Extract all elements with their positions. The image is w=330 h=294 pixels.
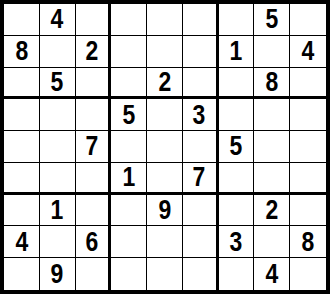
cell-r6c1[interactable] <box>4 163 40 195</box>
cell-r7c1[interactable] <box>4 195 40 227</box>
sudoku-board: 458214528537517192463894 <box>0 0 330 294</box>
given-digit: 1 <box>122 163 135 191</box>
cell-r5c3[interactable]: 7 <box>76 131 112 163</box>
cell-r4c1[interactable] <box>4 99 40 131</box>
cell-r7c9[interactable] <box>290 195 326 227</box>
cell-r8c1[interactable]: 4 <box>4 226 40 258</box>
cell-r1c7[interactable] <box>219 4 255 36</box>
cell-r9c4[interactable] <box>111 258 147 290</box>
given-digit: 8 <box>15 37 28 65</box>
cell-r8c5[interactable] <box>147 226 183 258</box>
cell-r2c5[interactable] <box>147 36 183 68</box>
cell-r7c2[interactable]: 1 <box>40 195 76 227</box>
cell-r6c4[interactable]: 1 <box>111 163 147 195</box>
cell-r1c1[interactable] <box>4 4 40 36</box>
cell-r6c6[interactable]: 7 <box>183 163 219 195</box>
cell-r4c8[interactable] <box>254 99 290 131</box>
cell-r6c9[interactable] <box>290 163 326 195</box>
cell-r2c6[interactable] <box>183 36 219 68</box>
cell-r6c5[interactable] <box>147 163 183 195</box>
cell-r5c1[interactable] <box>4 131 40 163</box>
given-digit: 5 <box>265 5 278 33</box>
given-digit: 4 <box>265 260 278 288</box>
cell-r3c5[interactable]: 2 <box>147 68 183 100</box>
cell-r3c8[interactable]: 8 <box>254 68 290 100</box>
cell-r9c1[interactable] <box>4 258 40 290</box>
cell-r1c3[interactable] <box>76 4 112 36</box>
cell-r1c4[interactable] <box>111 4 147 36</box>
cell-r5c5[interactable] <box>147 131 183 163</box>
cell-r3c6[interactable] <box>183 68 219 100</box>
given-digit: 8 <box>302 228 315 256</box>
given-digit: 2 <box>158 68 171 96</box>
cell-r4c3[interactable] <box>76 99 112 131</box>
given-digit: 5 <box>122 101 135 129</box>
cell-r3c9[interactable] <box>290 68 326 100</box>
cell-r4c9[interactable] <box>290 99 326 131</box>
cell-r3c1[interactable] <box>4 68 40 100</box>
cell-r1c6[interactable] <box>183 4 219 36</box>
cell-r8c8[interactable] <box>254 226 290 258</box>
cell-r7c7[interactable] <box>219 195 255 227</box>
cell-r5c7[interactable]: 5 <box>219 131 255 163</box>
given-digit: 7 <box>86 132 99 160</box>
given-digit: 8 <box>265 68 278 96</box>
cell-r1c2[interactable]: 4 <box>40 4 76 36</box>
given-digit: 1 <box>230 37 243 65</box>
cell-r3c2[interactable]: 5 <box>40 68 76 100</box>
given-digit: 4 <box>15 228 28 256</box>
cell-r4c5[interactable] <box>147 99 183 131</box>
given-digit: 6 <box>86 228 99 256</box>
cell-r1c5[interactable] <box>147 4 183 36</box>
given-digit: 7 <box>193 163 206 191</box>
cell-r9c2[interactable]: 9 <box>40 258 76 290</box>
cell-r2c9[interactable]: 4 <box>290 36 326 68</box>
given-digit: 2 <box>86 37 99 65</box>
given-digit: 3 <box>230 228 243 256</box>
cell-r3c7[interactable] <box>219 68 255 100</box>
cell-r8c9[interactable]: 8 <box>290 226 326 258</box>
given-digit: 1 <box>51 196 64 224</box>
cell-r8c7[interactable]: 3 <box>219 226 255 258</box>
cell-r9c8[interactable]: 4 <box>254 258 290 290</box>
cell-r5c8[interactable] <box>254 131 290 163</box>
cell-r6c3[interactable] <box>76 163 112 195</box>
cell-r6c7[interactable] <box>219 163 255 195</box>
cell-r2c1[interactable]: 8 <box>4 36 40 68</box>
cell-r7c4[interactable] <box>111 195 147 227</box>
given-digit: 3 <box>193 101 206 129</box>
cell-r8c4[interactable] <box>111 226 147 258</box>
cell-r9c7[interactable] <box>219 258 255 290</box>
given-digit: 5 <box>51 68 64 96</box>
given-digit: 5 <box>230 132 243 160</box>
cell-r7c8[interactable]: 2 <box>254 195 290 227</box>
cell-r4c7[interactable] <box>219 99 255 131</box>
given-digit: 4 <box>51 5 64 33</box>
cell-r1c9[interactable] <box>290 4 326 36</box>
cell-r9c9[interactable] <box>290 258 326 290</box>
cell-r3c4[interactable] <box>111 68 147 100</box>
cell-r6c2[interactable] <box>40 163 76 195</box>
cell-r3c3[interactable] <box>76 68 112 100</box>
cell-r4c6[interactable]: 3 <box>183 99 219 131</box>
cell-r7c5[interactable]: 9 <box>147 195 183 227</box>
cell-r9c3[interactable] <box>76 258 112 290</box>
cell-r8c6[interactable] <box>183 226 219 258</box>
cell-r2c8[interactable] <box>254 36 290 68</box>
cell-r2c4[interactable] <box>111 36 147 68</box>
cell-r2c2[interactable] <box>40 36 76 68</box>
cell-r2c7[interactable]: 1 <box>219 36 255 68</box>
cell-r2c3[interactable]: 2 <box>76 36 112 68</box>
cell-r7c3[interactable] <box>76 195 112 227</box>
cell-r5c2[interactable] <box>40 131 76 163</box>
cell-r1c8[interactable]: 5 <box>254 4 290 36</box>
cell-r9c5[interactable] <box>147 258 183 290</box>
cell-r8c3[interactable]: 6 <box>76 226 112 258</box>
cell-r7c6[interactable] <box>183 195 219 227</box>
given-digit: 9 <box>158 196 171 224</box>
given-digit: 9 <box>51 260 64 288</box>
cell-r5c4[interactable] <box>111 131 147 163</box>
given-digit: 2 <box>265 196 278 224</box>
cell-r6c8[interactable] <box>254 163 290 195</box>
given-digit: 4 <box>302 37 315 65</box>
cell-r9c6[interactable] <box>183 258 219 290</box>
cell-r5c6[interactable] <box>183 131 219 163</box>
cell-r4c4[interactable]: 5 <box>111 99 147 131</box>
cell-r5c9[interactable] <box>290 131 326 163</box>
cell-r4c2[interactable] <box>40 99 76 131</box>
cell-r8c2[interactable] <box>40 226 76 258</box>
